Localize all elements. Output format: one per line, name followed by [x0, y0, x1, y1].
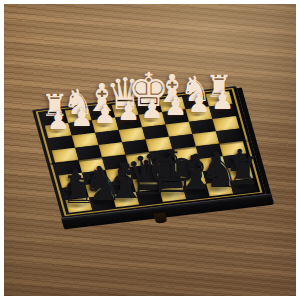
board-square [136, 189, 163, 204]
board-square [89, 195, 116, 210]
board-square [206, 181, 233, 196]
board-clasp [154, 213, 168, 224]
product-photo: ♜♞♝♛♚♝♞♜♟♟♟♟♟♟♟♟♟♟♟♟♟♟♟♟♜♞♝♛♚♝♞♜ [0, 0, 300, 300]
board-square [230, 178, 257, 193]
board-square [159, 187, 186, 202]
chess-board [32, 86, 266, 218]
